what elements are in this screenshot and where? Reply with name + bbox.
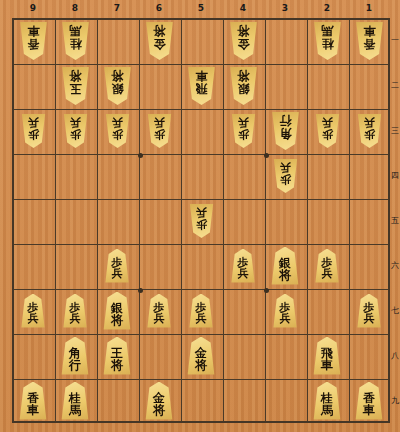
shogi-piece-sente[interactable]: 歩兵 — [20, 294, 47, 328]
file-label: 3 — [264, 2, 306, 14]
shogi-piece-sente[interactable]: 歩兵 — [230, 249, 257, 283]
file-label: 7 — [96, 2, 138, 14]
rank-label: 三 — [390, 108, 400, 153]
shogi-piece-sente[interactable]: 桂馬 — [60, 382, 91, 420]
shogi-piece-gote[interactable]: 銀将 — [102, 67, 133, 105]
shogi-piece-sente[interactable]: 歩兵 — [356, 294, 383, 328]
file-label: 2 — [306, 2, 348, 14]
file-label: 1 — [348, 2, 390, 14]
star-point — [264, 153, 269, 158]
rank-coordinate-labels: 一二三四五六七八九 — [390, 18, 400, 423]
shogi-piece-gote[interactable]: 歩兵 — [356, 114, 383, 148]
rank-label: 六 — [390, 243, 400, 288]
shogi-piece-gote[interactable]: 歩兵 — [104, 114, 131, 148]
rank-label: 九 — [390, 378, 400, 423]
rank-label: 七 — [390, 288, 400, 333]
rank-label: 四 — [390, 153, 400, 198]
shogi-piece-gote[interactable]: 歩兵 — [314, 114, 341, 148]
shogi-piece-gote[interactable]: 金将 — [228, 22, 259, 60]
shogi-piece-gote[interactable]: 飛車 — [186, 67, 217, 105]
shogi-piece-sente[interactable]: 角行 — [60, 337, 91, 375]
shogi-piece-sente[interactable]: 香車 — [18, 382, 49, 420]
shogi-piece-sente[interactable]: 歩兵 — [188, 294, 215, 328]
file-label: 9 — [12, 2, 54, 14]
file-coordinate-labels: 987654321 — [12, 0, 390, 18]
rank-label: 二 — [390, 63, 400, 108]
shogi-app: 987654321 一二三四五六七八九 香車桂馬金将金将桂馬香車玉将銀将飛車銀将… — [0, 0, 400, 432]
file-label: 8 — [54, 2, 96, 14]
file-label: 6 — [138, 2, 180, 14]
star-point — [138, 153, 143, 158]
shogi-piece-sente[interactable]: 歩兵 — [314, 249, 341, 283]
shogi-piece-sente[interactable]: 飛車 — [312, 337, 343, 375]
shogi-piece-gote[interactable]: 香車 — [354, 22, 385, 60]
star-point — [264, 288, 269, 293]
file-label: 5 — [180, 2, 222, 14]
shogi-piece-sente[interactable]: 王将 — [102, 337, 133, 375]
shogi-piece-sente[interactable]: 歩兵 — [104, 249, 131, 283]
shogi-piece-gote[interactable]: 桂馬 — [312, 22, 343, 60]
file-label: 4 — [222, 2, 264, 14]
shogi-piece-gote[interactable]: 歩兵 — [146, 114, 173, 148]
shogi-piece-gote[interactable]: 角行 — [270, 112, 301, 150]
shogi-piece-gote[interactable]: 歩兵 — [230, 114, 257, 148]
shogi-piece-sente[interactable]: 歩兵 — [146, 294, 173, 328]
shogi-piece-sente[interactable]: 香車 — [354, 382, 385, 420]
shogi-piece-gote[interactable]: 歩兵 — [188, 204, 215, 238]
shogi-piece-gote[interactable]: 金将 — [144, 22, 175, 60]
shogi-piece-gote[interactable]: 桂馬 — [60, 22, 91, 60]
shogi-piece-gote[interactable]: 歩兵 — [20, 114, 47, 148]
shogi-piece-gote[interactable]: 歩兵 — [272, 159, 299, 193]
shogi-piece-sente[interactable]: 金将 — [144, 382, 175, 420]
shogi-board[interactable]: 香車桂馬金将金将桂馬香車玉将銀将飛車銀将歩兵歩兵歩兵歩兵歩兵角行歩兵歩兵歩兵歩兵… — [12, 18, 390, 423]
star-point — [138, 288, 143, 293]
shogi-piece-gote[interactable]: 銀将 — [228, 67, 259, 105]
shogi-piece-sente[interactable]: 銀将 — [270, 247, 301, 285]
shogi-piece-sente[interactable]: 桂馬 — [312, 382, 343, 420]
shogi-piece-gote[interactable]: 玉将 — [60, 67, 91, 105]
rank-label: 一 — [390, 18, 400, 63]
shogi-piece-sente[interactable]: 銀将 — [102, 292, 133, 330]
shogi-piece-sente[interactable]: 歩兵 — [272, 294, 299, 328]
rank-label: 五 — [390, 198, 400, 243]
shogi-piece-sente[interactable]: 金将 — [186, 337, 217, 375]
shogi-piece-gote[interactable]: 歩兵 — [62, 114, 89, 148]
rank-label: 八 — [390, 333, 400, 378]
shogi-piece-sente[interactable]: 歩兵 — [62, 294, 89, 328]
shogi-piece-gote[interactable]: 香車 — [18, 22, 49, 60]
